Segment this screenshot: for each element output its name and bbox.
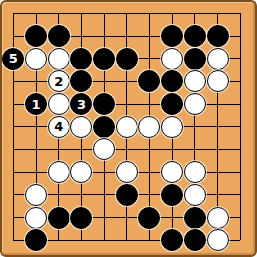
board-intersection[interactable] — [47, 184, 70, 207]
board-intersection[interactable] — [161, 206, 184, 229]
board-intersection[interactable] — [115, 229, 138, 252]
board-intersection[interactable] — [184, 25, 207, 48]
black-stone — [161, 93, 183, 115]
black-stone — [70, 70, 92, 92]
board-intersection[interactable] — [206, 115, 229, 138]
board-intersection[interactable] — [138, 2, 161, 25]
black-stone — [48, 25, 70, 47]
board-intersection[interactable] — [184, 206, 207, 229]
board-intersection[interactable] — [115, 93, 138, 116]
board-intersection[interactable] — [2, 138, 25, 161]
black-stone — [116, 48, 138, 70]
board-intersection[interactable] — [184, 70, 207, 93]
board-intersection[interactable] — [184, 47, 207, 70]
board-intersection[interactable] — [93, 229, 116, 252]
board-intersection[interactable] — [229, 138, 252, 161]
board-intersection[interactable] — [2, 115, 25, 138]
board-intersection[interactable] — [115, 25, 138, 48]
black-stone — [161, 70, 183, 92]
board-intersection[interactable] — [229, 93, 252, 116]
board-intersection[interactable] — [2, 25, 25, 48]
board-intersection[interactable] — [184, 2, 207, 25]
black-stone — [93, 93, 115, 115]
board-intersection[interactable] — [47, 161, 70, 184]
board-intersection[interactable] — [206, 70, 229, 93]
board-intersection[interactable] — [70, 25, 93, 48]
board-intersection[interactable] — [161, 138, 184, 161]
board-intersection[interactable] — [47, 93, 70, 116]
white-stone — [48, 48, 70, 70]
white-stone — [48, 93, 70, 115]
board-intersection[interactable] — [47, 2, 70, 25]
white-stone — [116, 161, 138, 183]
white-stone — [207, 48, 229, 70]
white-stone: 2 — [48, 70, 70, 92]
black-stone — [93, 48, 115, 70]
board-intersection[interactable] — [138, 115, 161, 138]
board-intersection[interactable] — [2, 2, 25, 25]
white-stone — [184, 184, 206, 206]
move-number-label: 5 — [9, 52, 18, 65]
move-number-label: 2 — [54, 75, 63, 88]
board-intersection[interactable] — [229, 161, 252, 184]
board-intersection[interactable] — [2, 229, 25, 252]
white-stone — [161, 161, 183, 183]
white-stone — [184, 161, 206, 183]
board-intersection[interactable] — [229, 70, 252, 93]
board-intersection[interactable] — [206, 2, 229, 25]
white-stone — [207, 207, 229, 229]
board-intersection[interactable] — [206, 184, 229, 207]
board-intersection[interactable] — [70, 161, 93, 184]
board-intersection[interactable] — [25, 229, 48, 252]
board-intersection[interactable] — [70, 184, 93, 207]
board-intersection[interactable] — [25, 184, 48, 207]
white-stone — [25, 184, 47, 206]
board-intersection[interactable] — [70, 47, 93, 70]
board-intersection[interactable] — [25, 70, 48, 93]
board-intersection[interactable]: 5 — [2, 47, 25, 70]
white-stone — [184, 70, 206, 92]
board-intersection[interactable] — [93, 70, 116, 93]
black-stone: 5 — [2, 48, 24, 70]
black-stone — [138, 207, 160, 229]
board-intersection[interactable] — [184, 138, 207, 161]
board-intersection[interactable] — [161, 47, 184, 70]
board-grid: 52134 — [2, 2, 252, 252]
board-intersection[interactable] — [2, 70, 25, 93]
white-stone — [207, 70, 229, 92]
board-intersection[interactable] — [229, 115, 252, 138]
black-stone — [161, 184, 183, 206]
white-stone: 4 — [48, 116, 70, 138]
white-stone — [48, 161, 70, 183]
black-stone — [184, 25, 206, 47]
board-intersection[interactable] — [161, 93, 184, 116]
board-intersection[interactable] — [93, 25, 116, 48]
black-stone — [25, 229, 47, 251]
board-intersection[interactable] — [161, 115, 184, 138]
board-intersection[interactable] — [2, 206, 25, 229]
board-intersection[interactable] — [47, 206, 70, 229]
board-intersection[interactable] — [25, 25, 48, 48]
board-intersection[interactable] — [93, 206, 116, 229]
black-stone: 1 — [25, 93, 47, 115]
board-intersection[interactable] — [115, 115, 138, 138]
black-stone — [161, 25, 183, 47]
white-stone — [184, 93, 206, 115]
board-intersection[interactable] — [70, 115, 93, 138]
board-intersection[interactable] — [229, 25, 252, 48]
board-intersection[interactable] — [138, 206, 161, 229]
board-intersection[interactable] — [184, 184, 207, 207]
go-diagram: 52134 — [0, 0, 257, 257]
board-intersection[interactable] — [161, 70, 184, 93]
board-intersection[interactable] — [138, 138, 161, 161]
board-intersection[interactable] — [229, 2, 252, 25]
board-intersection[interactable] — [70, 138, 93, 161]
black-stone — [93, 116, 115, 138]
board-intersection[interactable] — [206, 47, 229, 70]
board-intersection[interactable] — [25, 47, 48, 70]
board-intersection[interactable] — [229, 47, 252, 70]
board-intersection[interactable] — [161, 161, 184, 184]
board-intersection[interactable] — [206, 25, 229, 48]
black-stone — [48, 207, 70, 229]
board-intersection[interactable] — [115, 184, 138, 207]
black-stone — [70, 207, 92, 229]
board-intersection[interactable] — [138, 25, 161, 48]
board-intersection[interactable] — [2, 161, 25, 184]
board-intersection[interactable] — [206, 206, 229, 229]
board-intersection[interactable] — [25, 161, 48, 184]
white-stone — [161, 116, 183, 138]
white-stone — [70, 116, 92, 138]
board-intersection[interactable] — [115, 2, 138, 25]
board-intersection[interactable]: 2 — [47, 70, 70, 93]
black-stone — [161, 229, 183, 251]
board-intersection[interactable]: 1 — [25, 93, 48, 116]
board-intersection[interactable] — [206, 93, 229, 116]
board-intersection[interactable] — [2, 184, 25, 207]
board-intersection[interactable] — [25, 206, 48, 229]
board-intersection[interactable] — [2, 93, 25, 116]
board-intersection[interactable] — [47, 138, 70, 161]
white-stone — [207, 229, 229, 251]
board-intersection[interactable] — [115, 161, 138, 184]
black-stone — [138, 70, 160, 92]
board-intersection[interactable] — [47, 47, 70, 70]
move-number-label: 4 — [54, 120, 63, 133]
black-stone — [184, 207, 206, 229]
board-intersection[interactable] — [47, 229, 70, 252]
board-intersection[interactable] — [184, 93, 207, 116]
board-intersection[interactable] — [229, 206, 252, 229]
black-stone — [25, 25, 47, 47]
white-stone — [25, 48, 47, 70]
board-intersection[interactable] — [93, 93, 116, 116]
board-intersection[interactable] — [93, 184, 116, 207]
board-intersection[interactable] — [115, 47, 138, 70]
board-intersection[interactable] — [184, 161, 207, 184]
board-intersection[interactable] — [229, 184, 252, 207]
board-intersection[interactable]: 4 — [47, 115, 70, 138]
white-stone — [161, 48, 183, 70]
board-intersection[interactable] — [25, 2, 48, 25]
board-intersection[interactable] — [93, 2, 116, 25]
board-intersection[interactable] — [115, 70, 138, 93]
board-intersection[interactable] — [161, 25, 184, 48]
white-stone — [25, 207, 47, 229]
board-intersection[interactable] — [25, 138, 48, 161]
white-stone — [138, 116, 160, 138]
board-intersection[interactable] — [138, 161, 161, 184]
board-intersection[interactable] — [138, 47, 161, 70]
black-stone: 3 — [70, 93, 92, 115]
board-intersection[interactable] — [206, 161, 229, 184]
board-intersection[interactable] — [161, 229, 184, 252]
board-intersection[interactable] — [161, 184, 184, 207]
white-stone — [70, 161, 92, 183]
board-intersection[interactable] — [184, 229, 207, 252]
board-intersection[interactable] — [138, 93, 161, 116]
board-intersection[interactable] — [138, 229, 161, 252]
board-intersection[interactable] — [93, 161, 116, 184]
black-stone — [116, 184, 138, 206]
board-intersection[interactable] — [115, 206, 138, 229]
board-intersection[interactable] — [70, 206, 93, 229]
board-intersection[interactable] — [206, 138, 229, 161]
black-stone — [184, 48, 206, 70]
board-intersection[interactable] — [138, 70, 161, 93]
board-intersection[interactable]: 3 — [70, 93, 93, 116]
board-intersection[interactable] — [93, 115, 116, 138]
board-intersection[interactable] — [93, 138, 116, 161]
white-stone — [93, 138, 115, 160]
black-stone — [207, 25, 229, 47]
move-number-label: 1 — [32, 98, 41, 111]
board-intersection[interactable] — [93, 47, 116, 70]
board-intersection[interactable] — [70, 70, 93, 93]
go-board: 52134 — [0, 0, 257, 257]
board-intersection[interactable] — [25, 115, 48, 138]
board-intersection[interactable] — [206, 229, 229, 252]
board-intersection[interactable] — [70, 2, 93, 25]
board-intersection[interactable] — [138, 184, 161, 207]
board-intersection[interactable] — [47, 25, 70, 48]
board-intersection[interactable] — [70, 229, 93, 252]
black-stone — [70, 48, 92, 70]
board-intersection[interactable] — [161, 2, 184, 25]
board-intersection[interactable] — [184, 115, 207, 138]
black-stone — [184, 229, 206, 251]
board-intersection[interactable] — [115, 138, 138, 161]
move-number-label: 3 — [77, 98, 86, 111]
board-intersection[interactable] — [229, 229, 252, 252]
white-stone — [116, 116, 138, 138]
